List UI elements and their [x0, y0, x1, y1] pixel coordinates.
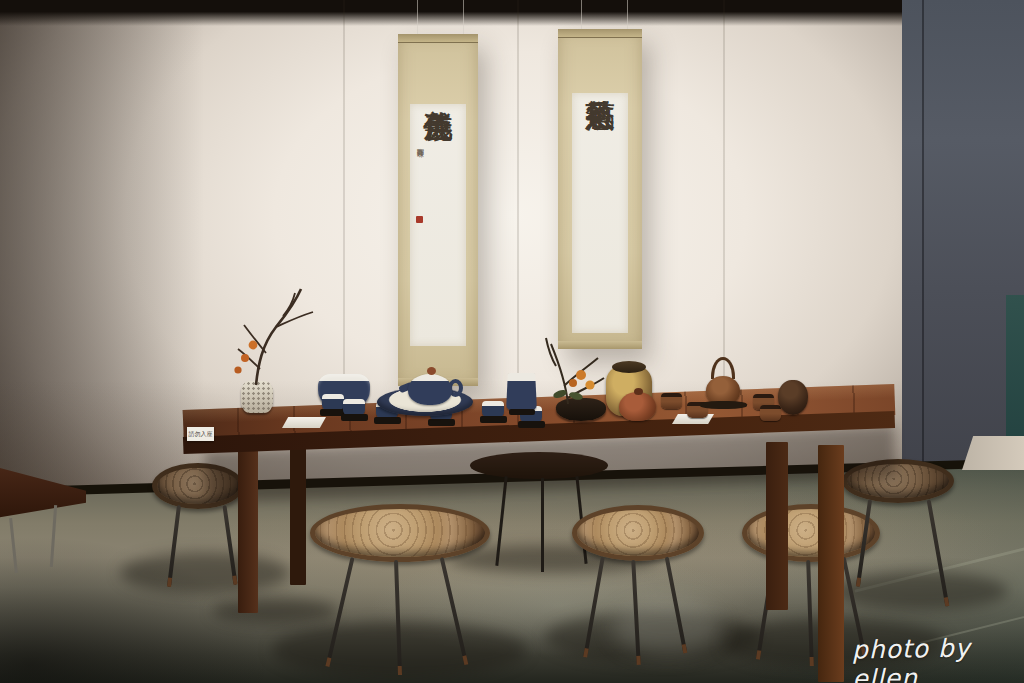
tree-stool [742, 504, 880, 562]
branch-arrangement [225, 283, 320, 387]
floor-reflection [612, 600, 722, 655]
table-leg [290, 438, 306, 585]
chrysanthemum [585, 380, 594, 389]
scroll-right-text-panel: 茶 愈 熟 香 氣 足 [572, 93, 628, 333]
artist-signature: 陶藝百味 [415, 142, 425, 212]
wall-seam [343, 0, 345, 420]
no-sitting-label: 請勿入座 [187, 427, 214, 441]
blue-glaze-pitcher [506, 373, 537, 411]
scroll-wire [417, 0, 418, 36]
scroll-left-char: 佳 [423, 110, 453, 144]
orange-flower [241, 354, 249, 362]
table-leg [818, 445, 844, 682]
chrysanthemum [569, 379, 577, 387]
ikebana-arrangement [536, 326, 614, 406]
red-seal-stamp [416, 216, 423, 223]
photographer-watermark: photo by ellen [852, 633, 1023, 678]
calligraphy-scroll-left: 瓷 成 形 色 美 佳 陶藝百味 [398, 34, 478, 386]
chair-leg [541, 478, 544, 572]
teal-wall-accent [1006, 295, 1024, 453]
brown-teapot-knob [634, 388, 643, 395]
ceiling-strip [0, 0, 1024, 26]
table-leg-shadow [212, 598, 337, 624]
orange-flower [234, 366, 241, 373]
orange-flower [249, 341, 258, 350]
cup-saucer [374, 417, 401, 424]
teapot-knob [427, 367, 436, 375]
scroll-rod [398, 34, 478, 43]
table-leg [238, 445, 258, 613]
right-panel-seam [922, 0, 924, 466]
scroll-right-char: 足 [585, 99, 615, 133]
tree-stool [310, 504, 490, 562]
stool-shadow [120, 552, 290, 594]
scroll-wire [463, 0, 464, 36]
jar-lid [612, 361, 646, 373]
tree-stool [572, 505, 704, 561]
brown-teacup [661, 393, 682, 409]
scroll-rod [558, 29, 642, 38]
brown-teapot [619, 392, 656, 421]
blue-glaze-teapot [408, 374, 452, 405]
chrysanthemum [576, 370, 586, 380]
cup-saucer [518, 421, 545, 428]
cup-saucer [480, 416, 507, 423]
pitcher-stand [509, 409, 535, 415]
table-leg [766, 442, 788, 610]
scroll-left-text-panel: 瓷 成 形 色 美 佳 陶藝百味 [410, 104, 466, 346]
kettle-tray [700, 401, 747, 409]
cup-saucer [428, 419, 455, 426]
exhibition-room-photo: 瓷 成 形 色 美 佳 陶藝百味 茶 愈 熟 香 氣 足 [0, 0, 1024, 683]
exhibit-card [282, 417, 326, 428]
scroll-wire [627, 0, 628, 31]
scroll-wire [581, 0, 582, 31]
cup-saucer [341, 414, 368, 421]
calligraphy-scroll-right: 茶 愈 熟 香 氣 足 [558, 29, 642, 349]
dark-clay-vase [778, 380, 808, 415]
brown-teacup [760, 405, 781, 421]
